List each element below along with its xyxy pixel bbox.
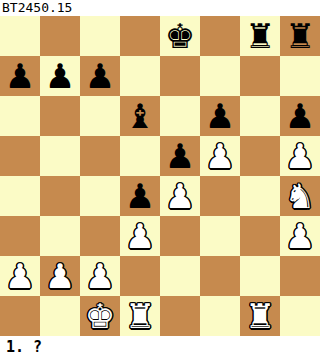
- square-c6[interactable]: [80, 96, 120, 136]
- piece-black-pawn: ♟: [80, 56, 120, 96]
- square-b2[interactable]: ♟: [40, 256, 80, 296]
- piece-white-pawn: ♟: [200, 136, 240, 176]
- square-a1[interactable]: [0, 296, 40, 336]
- piece-black-pawn: ♟: [40, 56, 80, 96]
- square-d4[interactable]: ♟: [120, 176, 160, 216]
- square-e4[interactable]: ♟: [160, 176, 200, 216]
- square-e5[interactable]: ♟: [160, 136, 200, 176]
- chess-diagram: BT2450.15 ♚♜♜♟♟♟♝♟♟♟♟♟♟♟♞♟♟♟♟♟♚♜♜ 1. ?: [0, 0, 320, 360]
- square-f7[interactable]: [200, 56, 240, 96]
- square-d8[interactable]: [120, 16, 160, 56]
- piece-black-pawn: ♟: [0, 56, 40, 96]
- chess-board: ♚♜♜♟♟♟♝♟♟♟♟♟♟♟♞♟♟♟♟♟♚♜♜: [0, 16, 320, 336]
- piece-black-pawn: ♟: [280, 96, 320, 136]
- square-b8[interactable]: [40, 16, 80, 56]
- piece-white-pawn: ♟: [0, 256, 40, 296]
- square-g8[interactable]: ♜: [240, 16, 280, 56]
- square-c1[interactable]: ♚: [80, 296, 120, 336]
- piece-white-pawn: ♟: [160, 176, 200, 216]
- square-f3[interactable]: [200, 216, 240, 256]
- square-b4[interactable]: [40, 176, 80, 216]
- square-e1[interactable]: [160, 296, 200, 336]
- square-h5[interactable]: ♟: [280, 136, 320, 176]
- puzzle-title: BT2450.15: [0, 0, 320, 16]
- square-g1[interactable]: ♜: [240, 296, 280, 336]
- square-e3[interactable]: [160, 216, 200, 256]
- move-prompt: 1. ?: [0, 336, 320, 360]
- piece-white-rook: ♜: [240, 296, 280, 336]
- square-f8[interactable]: [200, 16, 240, 56]
- square-d1[interactable]: ♜: [120, 296, 160, 336]
- piece-black-rook: ♜: [280, 16, 320, 56]
- square-c4[interactable]: [80, 176, 120, 216]
- square-d5[interactable]: [120, 136, 160, 176]
- square-a8[interactable]: [0, 16, 40, 56]
- square-g4[interactable]: [240, 176, 280, 216]
- piece-black-king: ♚: [160, 16, 200, 56]
- piece-white-pawn: ♟: [120, 216, 160, 256]
- square-a6[interactable]: [0, 96, 40, 136]
- piece-black-pawn: ♟: [200, 96, 240, 136]
- square-h7[interactable]: [280, 56, 320, 96]
- square-h2[interactable]: [280, 256, 320, 296]
- square-g5[interactable]: [240, 136, 280, 176]
- square-e7[interactable]: [160, 56, 200, 96]
- square-d7[interactable]: [120, 56, 160, 96]
- square-d2[interactable]: [120, 256, 160, 296]
- piece-black-bishop: ♝: [120, 96, 160, 136]
- square-a4[interactable]: [0, 176, 40, 216]
- piece-white-pawn: ♟: [80, 256, 120, 296]
- square-a2[interactable]: ♟: [0, 256, 40, 296]
- square-h4[interactable]: ♞: [280, 176, 320, 216]
- square-a7[interactable]: ♟: [0, 56, 40, 96]
- square-a3[interactable]: [0, 216, 40, 256]
- square-c5[interactable]: [80, 136, 120, 176]
- piece-white-pawn: ♟: [280, 136, 320, 176]
- square-b7[interactable]: ♟: [40, 56, 80, 96]
- square-d3[interactable]: ♟: [120, 216, 160, 256]
- square-e8[interactable]: ♚: [160, 16, 200, 56]
- piece-white-pawn: ♟: [280, 216, 320, 256]
- piece-black-pawn: ♟: [160, 136, 200, 176]
- square-c2[interactable]: ♟: [80, 256, 120, 296]
- square-h6[interactable]: ♟: [280, 96, 320, 136]
- square-e2[interactable]: [160, 256, 200, 296]
- piece-white-pawn: ♟: [40, 256, 80, 296]
- piece-white-king: ♚: [80, 296, 120, 336]
- square-b3[interactable]: [40, 216, 80, 256]
- piece-black-rook: ♜: [240, 16, 280, 56]
- square-f1[interactable]: [200, 296, 240, 336]
- square-h1[interactable]: [280, 296, 320, 336]
- square-a5[interactable]: [0, 136, 40, 176]
- square-c7[interactable]: ♟: [80, 56, 120, 96]
- square-h8[interactable]: ♜: [280, 16, 320, 56]
- square-e6[interactable]: [160, 96, 200, 136]
- square-h3[interactable]: ♟: [280, 216, 320, 256]
- square-f2[interactable]: [200, 256, 240, 296]
- piece-black-pawn: ♟: [120, 176, 160, 216]
- square-g2[interactable]: [240, 256, 280, 296]
- square-d6[interactable]: ♝: [120, 96, 160, 136]
- square-f5[interactable]: ♟: [200, 136, 240, 176]
- square-c3[interactable]: [80, 216, 120, 256]
- square-b6[interactable]: [40, 96, 80, 136]
- square-f4[interactable]: [200, 176, 240, 216]
- square-g6[interactable]: [240, 96, 280, 136]
- square-b5[interactable]: [40, 136, 80, 176]
- piece-white-rook: ♜: [120, 296, 160, 336]
- square-b1[interactable]: [40, 296, 80, 336]
- square-g3[interactable]: [240, 216, 280, 256]
- square-f6[interactable]: ♟: [200, 96, 240, 136]
- square-c8[interactable]: [80, 16, 120, 56]
- square-g7[interactable]: [240, 56, 280, 96]
- piece-white-knight: ♞: [280, 176, 320, 216]
